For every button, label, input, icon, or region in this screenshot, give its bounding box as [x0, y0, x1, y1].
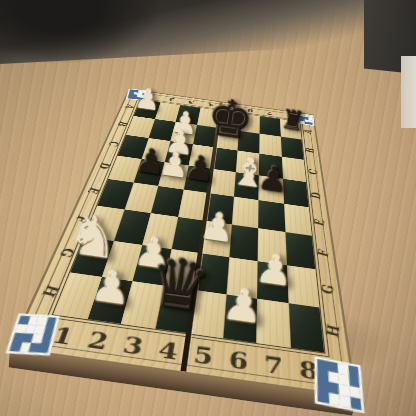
- photo-vignette: [0, 0, 416, 416]
- photo-of-folding-chess-set: { "game": "chess", "scene": "overhead-an…: [0, 0, 416, 416]
